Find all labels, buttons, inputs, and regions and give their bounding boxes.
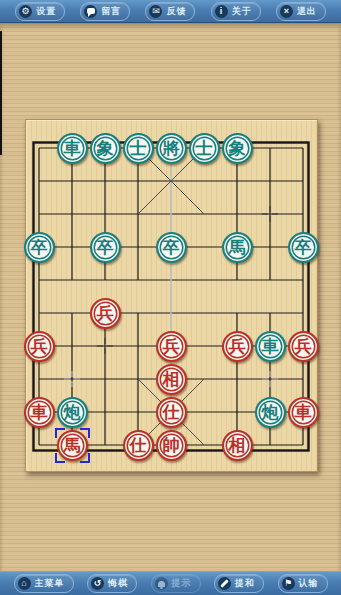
- board-cell-8-9[interactable]: [287, 429, 320, 462]
- board-cell-2-1[interactable]: [89, 165, 122, 198]
- piece-red-車[interactable]: 車: [288, 397, 319, 428]
- board-cell-5-8[interactable]: [188, 396, 221, 429]
- board-cell-3-4[interactable]: [122, 264, 155, 297]
- board-cell-7-7[interactable]: [254, 363, 287, 396]
- piece-red-相[interactable]: 相: [156, 364, 187, 395]
- board-cell-7-4[interactable]: [254, 264, 287, 297]
- piece-black-車[interactable]: 車: [255, 331, 286, 362]
- exit-button-label: 退出: [297, 5, 317, 18]
- flag-icon: ⚑: [282, 577, 295, 590]
- board-cell-5-0[interactable]: 士: [188, 132, 221, 165]
- info-icon: i: [215, 5, 228, 18]
- piece-black-馬[interactable]: 馬: [222, 232, 253, 263]
- feedback-button[interactable]: ✉反馈: [145, 2, 195, 21]
- undo-move-button-label: 悔棋: [108, 577, 128, 590]
- board-cell-5-6[interactable]: [188, 330, 221, 363]
- board-cell-8-2[interactable]: [287, 198, 320, 231]
- board-cell-8-7[interactable]: [287, 363, 320, 396]
- undo-move-button[interactable]: ↺悔棋: [87, 574, 137, 593]
- board-cell-1-0[interactable]: 車: [56, 132, 89, 165]
- board-cell-0-6[interactable]: 兵: [23, 330, 56, 363]
- board-cell-8-5[interactable]: [287, 297, 320, 330]
- piece-red-兵[interactable]: 兵: [90, 298, 121, 329]
- hint-button: 提示: [151, 574, 201, 593]
- board-cell-4-8[interactable]: 仕: [155, 396, 188, 429]
- bottom-toolbar: ⌂主菜单↺悔棋提示提和⚑认输: [0, 571, 341, 595]
- board-cell-8-8[interactable]: 車: [287, 396, 320, 429]
- board-cell-1-2[interactable]: [56, 198, 89, 231]
- settings-button[interactable]: ⚙设置: [15, 2, 65, 21]
- board-cell-6-3[interactable]: 馬: [221, 231, 254, 264]
- board-cell-0-4[interactable]: [23, 264, 56, 297]
- close-icon: ×: [280, 5, 293, 18]
- board-cell-0-1[interactable]: [23, 165, 56, 198]
- board-cell-7-1[interactable]: [254, 165, 287, 198]
- board-cell-1-9[interactable]: 馬: [56, 429, 89, 462]
- gear-icon: ⚙: [19, 5, 32, 18]
- board-cell-2-0[interactable]: 象: [89, 132, 122, 165]
- board-cell-8-4[interactable]: [287, 264, 320, 297]
- board-cell-7-3[interactable]: [254, 231, 287, 264]
- piece-black-象[interactable]: 象: [222, 133, 253, 164]
- message-button[interactable]: 留言: [80, 2, 130, 21]
- board-cell-1-1[interactable]: [56, 165, 89, 198]
- board-cell-6-1[interactable]: [221, 165, 254, 198]
- board-cell-6-4[interactable]: [221, 264, 254, 297]
- board-cell-3-9[interactable]: 仕: [122, 429, 155, 462]
- board-cell-4-6[interactable]: 兵: [155, 330, 188, 363]
- board-cell-6-6[interactable]: 兵: [221, 330, 254, 363]
- envelope-icon: ✉: [149, 5, 162, 18]
- board-cell-0-8[interactable]: 車: [23, 396, 56, 429]
- piece-red-仕[interactable]: 仕: [123, 430, 154, 461]
- board-cell-7-0[interactable]: [254, 132, 287, 165]
- bell-icon: [155, 577, 168, 590]
- piece-red-兵[interactable]: 兵: [156, 331, 187, 362]
- board-cell-0-3[interactable]: 卒: [23, 231, 56, 264]
- piece-red-兵[interactable]: 兵: [222, 331, 253, 362]
- board-cell-8-3[interactable]: 卒: [287, 231, 320, 264]
- piece-black-卒[interactable]: 卒: [24, 232, 55, 263]
- board-cell-0-0[interactable]: [23, 132, 56, 165]
- xiangqi-app: ⚙设置留言✉反馈i关于×退出: [0, 0, 341, 595]
- piece-black-炮[interactable]: 炮: [255, 397, 286, 428]
- board-cell-6-8[interactable]: [221, 396, 254, 429]
- board-cell-4-9[interactable]: 帥: [155, 429, 188, 462]
- board-cell-8-0[interactable]: [287, 132, 320, 165]
- board-cell-5-5[interactable]: [188, 297, 221, 330]
- board-cell-1-4[interactable]: [56, 264, 89, 297]
- offer-draw-button-label: 提和: [235, 577, 255, 590]
- main-menu-button-label: 主菜单: [35, 577, 65, 590]
- about-button-label: 关于: [232, 5, 252, 18]
- piece-red-兵[interactable]: 兵: [288, 331, 319, 362]
- piece-red-仕[interactable]: 仕: [156, 397, 187, 428]
- board-cell-4-1[interactable]: [155, 165, 188, 198]
- board-cell-2-7[interactable]: [89, 363, 122, 396]
- piece-black-卒[interactable]: 卒: [288, 232, 319, 263]
- board-cell-1-5[interactable]: [56, 297, 89, 330]
- board-cell-0-2[interactable]: [23, 198, 56, 231]
- exit-button[interactable]: ×退出: [276, 2, 326, 21]
- board-cell-4-4[interactable]: [155, 264, 188, 297]
- board-cell-7-8[interactable]: 炮: [254, 396, 287, 429]
- board-cell-8-6[interactable]: 兵: [287, 330, 320, 363]
- resign-button-label: 认输: [299, 577, 319, 590]
- undo-icon: ↺: [91, 577, 104, 590]
- board-cell-8-1[interactable]: [287, 165, 320, 198]
- offer-draw-button[interactable]: 提和: [214, 574, 264, 593]
- board-cell-5-4[interactable]: [188, 264, 221, 297]
- board-cell-0-7[interactable]: [23, 363, 56, 396]
- board-cell-6-5[interactable]: [221, 297, 254, 330]
- board-cell-4-2[interactable]: [155, 198, 188, 231]
- piece-red-兵[interactable]: 兵: [24, 331, 55, 362]
- piece-black-炮[interactable]: 炮: [57, 397, 88, 428]
- board-cell-3-7[interactable]: [122, 363, 155, 396]
- speech-bubble-icon: [84, 5, 97, 18]
- hint-button-label: 提示: [172, 577, 192, 590]
- board-cell-4-7[interactable]: 相: [155, 363, 188, 396]
- piece-red-馬[interactable]: 馬: [57, 430, 88, 461]
- board-cell-5-2[interactable]: [188, 198, 221, 231]
- piece-black-將[interactable]: 將: [156, 133, 187, 164]
- board-cell-2-9[interactable]: [89, 429, 122, 462]
- board-cell-5-1[interactable]: [188, 165, 221, 198]
- board-cell-1-6[interactable]: [56, 330, 89, 363]
- board-cell-5-3[interactable]: [188, 231, 221, 264]
- board-cell-2-4[interactable]: [89, 264, 122, 297]
- board-cell-2-6[interactable]: [89, 330, 122, 363]
- pencil-icon: [218, 577, 231, 590]
- board-cell-1-3[interactable]: [56, 231, 89, 264]
- board-cell-6-0[interactable]: 象: [221, 132, 254, 165]
- board-cell-5-9[interactable]: [188, 429, 221, 462]
- piece-red-帥[interactable]: 帥: [156, 430, 187, 461]
- feedback-button-label: 反馈: [166, 5, 186, 18]
- piece-red-車[interactable]: 車: [24, 397, 55, 428]
- board-cell-7-6[interactable]: 車: [254, 330, 287, 363]
- board-cell-7-5[interactable]: [254, 297, 287, 330]
- board-cell-4-5[interactable]: [155, 297, 188, 330]
- screen-edge-artifact: [0, 31, 2, 155]
- board-cell-3-3[interactable]: [122, 231, 155, 264]
- board-cell-4-3[interactable]: 卒: [155, 231, 188, 264]
- board-cell-3-0[interactable]: 士: [122, 132, 155, 165]
- board-cell-2-2[interactable]: [89, 198, 122, 231]
- piece-black-卒[interactable]: 卒: [90, 232, 121, 263]
- piece-black-車[interactable]: 車: [57, 133, 88, 164]
- piece-black-士[interactable]: 士: [123, 133, 154, 164]
- board-cell-6-7[interactable]: [221, 363, 254, 396]
- board-grid: 車象士將士象卒卒卒馬卒兵兵兵兵車兵相車炮仕炮車馬仕帥相: [23, 132, 320, 462]
- board-cell-3-1[interactable]: [122, 165, 155, 198]
- board-cell-7-9[interactable]: [254, 429, 287, 462]
- about-button[interactable]: i关于: [211, 2, 261, 21]
- board-cell-2-3[interactable]: 卒: [89, 231, 122, 264]
- board-cell-0-5[interactable]: [23, 297, 56, 330]
- board-cell-3-6[interactable]: [122, 330, 155, 363]
- message-button-label: 留言: [101, 5, 121, 18]
- top-toolbar: ⚙设置留言✉反馈i关于×退出: [0, 0, 341, 23]
- board-cell-4-0[interactable]: 將: [155, 132, 188, 165]
- board-cell-2-8[interactable]: [89, 396, 122, 429]
- wood-background: 車象士將士象卒卒卒馬卒兵兵兵兵車兵相車炮仕炮車馬仕帥相: [0, 23, 341, 571]
- xiangqi-board: 車象士將士象卒卒卒馬卒兵兵兵兵車兵相車炮仕炮車馬仕帥相: [25, 119, 318, 472]
- board-cell-2-5[interactable]: 兵: [89, 297, 122, 330]
- board-cell-5-7[interactable]: [188, 363, 221, 396]
- board-cell-7-2[interactable]: [254, 198, 287, 231]
- settings-button-label: 设置: [36, 5, 56, 18]
- board-cell-3-2[interactable]: [122, 198, 155, 231]
- board-cell-1-7[interactable]: [56, 363, 89, 396]
- piece-black-卒[interactable]: 卒: [156, 232, 187, 263]
- main-menu-button[interactable]: ⌂主菜单: [14, 574, 74, 593]
- home-icon: ⌂: [18, 577, 31, 590]
- board-cell-0-9[interactable]: [23, 429, 56, 462]
- resign-button[interactable]: ⚑认输: [278, 574, 328, 593]
- board-cell-1-8[interactable]: 炮: [56, 396, 89, 429]
- piece-black-士[interactable]: 士: [189, 133, 220, 164]
- board-cell-6-2[interactable]: [221, 198, 254, 231]
- piece-red-相[interactable]: 相: [222, 430, 253, 461]
- piece-black-象[interactable]: 象: [90, 133, 121, 164]
- board-cell-3-5[interactable]: [122, 297, 155, 330]
- board-cell-6-9[interactable]: 相: [221, 429, 254, 462]
- board-cell-3-8[interactable]: [122, 396, 155, 429]
